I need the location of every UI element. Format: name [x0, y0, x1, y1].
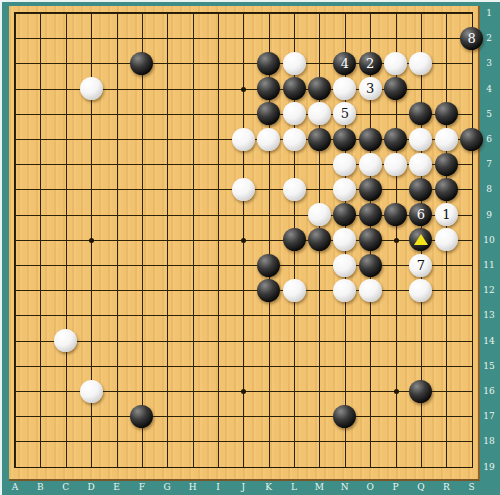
column-label-J: J: [241, 483, 245, 492]
black-stone-R7[interactable]: [435, 153, 458, 176]
column-label-O: O: [366, 483, 373, 492]
column-label-B: B: [37, 483, 44, 492]
white-stone-K6[interactable]: [257, 128, 280, 151]
black-stone-R8[interactable]: [435, 178, 458, 201]
white-stone-Q11[interactable]: 7: [409, 254, 432, 277]
row-label-14: 14: [483, 336, 494, 345]
move-number-label: 6: [417, 208, 425, 221]
move-number-label: 7: [417, 259, 425, 272]
white-stone-O7[interactable]: [359, 153, 382, 176]
black-stone-K3[interactable]: [257, 52, 280, 75]
black-stone-O6[interactable]: [359, 128, 382, 151]
white-stone-J8[interactable]: [232, 178, 255, 201]
star-point-P16: [394, 389, 399, 394]
move-number-label: 1: [442, 208, 450, 221]
column-label-F: F: [139, 483, 145, 492]
white-stone-N11[interactable]: [333, 254, 356, 277]
black-stone-O3[interactable]: 2: [359, 52, 382, 75]
row-label-9: 9: [486, 210, 492, 219]
column-label-Q: Q: [417, 483, 424, 492]
move-number-label: 8: [468, 32, 476, 45]
white-stone-P3[interactable]: [384, 52, 407, 75]
move-number-label: 4: [341, 57, 349, 70]
column-label-E: E: [113, 483, 120, 492]
column-label-I: I: [216, 483, 220, 492]
column-label-P: P: [393, 483, 399, 492]
white-stone-M9[interactable]: [308, 203, 331, 226]
black-stone-N6[interactable]: [333, 128, 356, 151]
black-stone-O11[interactable]: [359, 254, 382, 277]
column-label-S: S: [469, 483, 475, 492]
black-stone-L10[interactable]: [283, 228, 306, 251]
row-label-11: 11: [483, 261, 494, 270]
white-stone-L3[interactable]: [283, 52, 306, 75]
row-label-19: 19: [483, 462, 494, 471]
white-stone-O4[interactable]: 3: [359, 77, 382, 100]
white-stone-N7[interactable]: [333, 153, 356, 176]
white-stone-R6[interactable]: [435, 128, 458, 151]
black-stone-P6[interactable]: [384, 128, 407, 151]
star-point-J4: [241, 87, 246, 92]
white-stone-D4[interactable]: [80, 77, 103, 100]
black-stone-S2[interactable]: 8: [460, 27, 483, 50]
row-label-17: 17: [483, 412, 494, 421]
white-stone-Q6[interactable]: [409, 128, 432, 151]
move-number-label: 5: [341, 107, 349, 120]
black-stone-F17[interactable]: [130, 405, 153, 428]
row-label-12: 12: [483, 286, 494, 295]
white-stone-Q12[interactable]: [409, 279, 432, 302]
triangle-marker-icon: [414, 234, 428, 245]
column-label-K: K: [265, 483, 272, 492]
white-stone-Q7[interactable]: [409, 153, 432, 176]
row-label-10: 10: [483, 235, 494, 244]
row-label-7: 7: [486, 160, 492, 169]
column-label-M: M: [315, 483, 324, 492]
row-label-1: 1: [486, 9, 492, 18]
row-label-5: 5: [486, 109, 492, 118]
black-stone-K12[interactable]: [257, 279, 280, 302]
white-stone-R9[interactable]: 1: [435, 203, 458, 226]
white-stone-N12[interactable]: [333, 279, 356, 302]
move-number-label: 3: [366, 82, 374, 95]
black-stone-M6[interactable]: [308, 128, 331, 151]
row-label-2: 2: [486, 34, 492, 43]
black-stone-Q16[interactable]: [409, 380, 432, 403]
row-label-16: 16: [483, 387, 494, 396]
black-stone-N17[interactable]: [333, 405, 356, 428]
white-stone-L6[interactable]: [283, 128, 306, 151]
star-point-D10: [89, 238, 94, 243]
column-label-D: D: [87, 483, 94, 492]
column-label-C: C: [62, 483, 69, 492]
white-stone-L5[interactable]: [283, 102, 306, 125]
row-label-15: 15: [483, 361, 494, 370]
move-number-label: 2: [366, 57, 374, 70]
black-stone-O8[interactable]: [359, 178, 382, 201]
column-label-H: H: [189, 483, 197, 492]
white-stone-J6[interactable]: [232, 128, 255, 151]
black-stone-S6[interactable]: [460, 128, 483, 151]
row-label-3: 3: [486, 59, 492, 68]
white-stone-R10[interactable]: [435, 228, 458, 251]
black-stone-O9[interactable]: [359, 203, 382, 226]
row-label-4: 4: [486, 84, 492, 93]
row-label-13: 13: [483, 311, 494, 320]
white-stone-L8[interactable]: [283, 178, 306, 201]
star-point-P10: [394, 238, 399, 243]
black-stone-O10[interactable]: [359, 228, 382, 251]
column-label-G: G: [164, 483, 171, 492]
white-stone-P7[interactable]: [384, 153, 407, 176]
white-stone-L12[interactable]: [283, 279, 306, 302]
go-game-screenshot: 84235617ABCDEFGHIJKLMNOPQRS1234567891011…: [0, 0, 500, 495]
white-stone-O12[interactable]: [359, 279, 382, 302]
black-stone-R5[interactable]: [435, 102, 458, 125]
column-label-A: A: [12, 483, 19, 492]
row-label-6: 6: [486, 135, 492, 144]
column-label-L: L: [291, 483, 297, 492]
row-label-18: 18: [483, 437, 494, 446]
row-label-8: 8: [486, 185, 492, 194]
black-stone-L4[interactable]: [283, 77, 306, 100]
black-stone-M4[interactable]: [308, 77, 331, 100]
white-stone-D16[interactable]: [80, 380, 103, 403]
column-label-R: R: [443, 483, 450, 492]
column-label-N: N: [341, 483, 349, 492]
black-stone-K11[interactable]: [257, 254, 280, 277]
